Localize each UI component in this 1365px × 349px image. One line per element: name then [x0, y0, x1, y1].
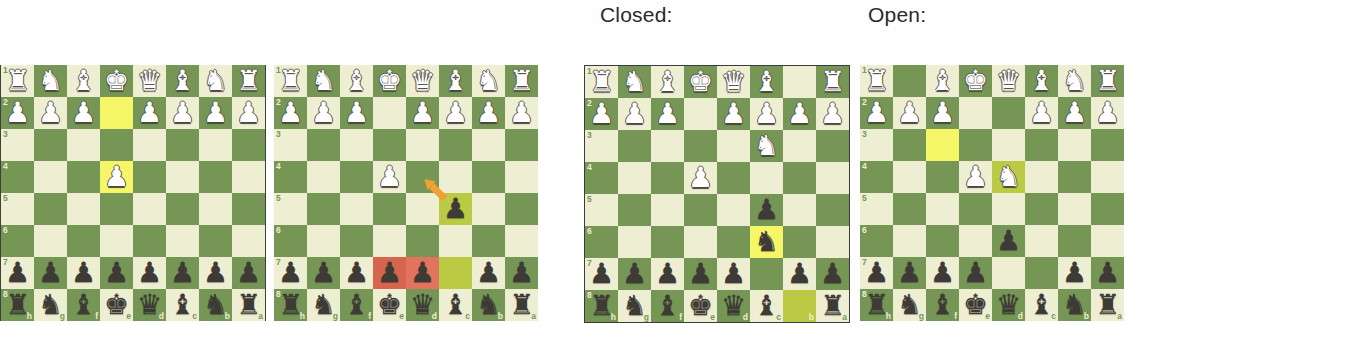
square-h3: 3: [585, 130, 618, 162]
square-c1: ♝: [166, 65, 199, 97]
white-pawn: ♟: [472, 97, 505, 129]
square-b7: ♟: [472, 257, 505, 289]
black-pawn: ♟: [67, 257, 100, 289]
square-c3: [439, 129, 472, 161]
square-a8: a♜: [1091, 289, 1124, 321]
white-pawn: ♟: [274, 97, 307, 129]
square-d7: ♟: [133, 257, 166, 289]
white-pawn: ♟: [307, 97, 340, 129]
white-rook: ♜: [816, 66, 849, 98]
white-pawn: ♟: [133, 97, 166, 129]
square-h8: 8h♜: [860, 289, 893, 321]
white-pawn: ♟: [340, 97, 373, 129]
square-f6: [651, 226, 684, 258]
square-g6: [307, 225, 340, 257]
square-f1: ♝: [67, 65, 100, 97]
square-e7: ♟: [100, 257, 133, 289]
square-g5: [618, 194, 651, 226]
square-f6: [340, 225, 373, 257]
white-pawn: ♟: [1, 97, 34, 129]
file-label-h: h: [886, 312, 891, 321]
rank-label-3: 3: [587, 131, 592, 140]
square-h4: 4: [585, 162, 618, 194]
square-g1: ♞: [307, 65, 340, 97]
square-h1: 1♜: [860, 65, 893, 97]
square-d3: [133, 129, 166, 161]
square-g8: g♞: [893, 289, 926, 321]
white-pawn: ♟: [816, 98, 849, 130]
square-g5: [893, 193, 926, 225]
square-f5: [926, 193, 959, 225]
square-b1: ♞: [472, 65, 505, 97]
square-c7: ♟: [166, 257, 199, 289]
square-g1: ♞: [618, 66, 651, 98]
square-g7: ♟: [307, 257, 340, 289]
black-pawn: ♟: [133, 257, 166, 289]
square-e5: [373, 193, 406, 225]
file-label-e: e: [399, 312, 404, 321]
square-e1: ♚: [373, 65, 406, 97]
file-label-g: g: [333, 312, 338, 321]
square-e4: ♟: [373, 161, 406, 193]
white-pawn: ♟: [585, 98, 618, 130]
black-pawn: ♟: [860, 257, 893, 289]
square-h7: 7♟: [1, 257, 34, 289]
white-pawn: ♟: [684, 162, 717, 194]
square-d2: ♟: [133, 97, 166, 129]
square-e7: ♟: [959, 257, 992, 289]
square-b2: ♟: [472, 97, 505, 129]
chessboard-grid: 1♜♞♝♚♛♝♞♜2♟♟♟♟♟♟♟34♟567♟♟♟♟♟♟♟♟8h♜g♞f♝e♚…: [1, 65, 265, 321]
square-e3: [373, 129, 406, 161]
square-d3: [406, 129, 439, 161]
white-bishop: ♝: [750, 66, 783, 98]
square-c2: ♟: [750, 98, 783, 130]
square-f7: ♟: [67, 257, 100, 289]
white-pawn: ♟: [67, 97, 100, 129]
board-closed-sicilian[interactable]: 1♜♞♝♚♛♝♜2♟♟♟♟♟♟♟3♞4♟5♟6♞7♟♟♟♟♟♟♟8h♜g♞f♝e…: [584, 65, 850, 323]
file-label-f: f: [368, 312, 371, 321]
black-rook: ♜: [1091, 289, 1124, 321]
board-sicilian-1-e4-c5[interactable]: 1♜♞♝♚♛♝♞♜2♟♟♟♟♟♟♟34♟5♟67♟♟♟♟♟♟♟8h♜g♞f♝e♚…: [274, 65, 538, 321]
square-b3: [783, 130, 816, 162]
file-label-b: b: [498, 312, 503, 321]
black-pawn: ♟: [100, 257, 133, 289]
square-c5: [1025, 193, 1058, 225]
black-queen: ♛: [133, 289, 166, 321]
rank-label-6: 6: [862, 226, 867, 235]
square-d8: d♛: [406, 289, 439, 321]
black-pawn: ♟: [783, 258, 816, 290]
black-knight: ♞: [750, 226, 783, 258]
square-f3: [67, 129, 100, 161]
square-h8: 8h♜: [1, 289, 34, 321]
black-queen: ♛: [717, 290, 750, 322]
square-a3: [505, 129, 538, 161]
square-b6: [1058, 225, 1091, 257]
square-c2: ♟: [166, 97, 199, 129]
black-pawn: ♟: [505, 257, 538, 289]
black-bishop: ♝: [439, 289, 472, 321]
file-label-g: g: [644, 313, 649, 322]
square-d1: ♛: [406, 65, 439, 97]
white-rook: ♜: [1, 65, 34, 97]
square-d7: ♟: [406, 257, 439, 289]
black-pawn: ♟: [1058, 257, 1091, 289]
file-label-c: c: [465, 312, 470, 321]
square-f8: f♝: [340, 289, 373, 321]
white-pawn: ♟: [926, 97, 959, 129]
square-e7: ♟: [373, 257, 406, 289]
square-e5: [100, 193, 133, 225]
square-a5: [505, 193, 538, 225]
rank-label-5: 5: [862, 194, 867, 203]
white-knight: ♞: [992, 161, 1025, 193]
black-pawn: ♟: [373, 257, 406, 289]
square-b3: [472, 129, 505, 161]
square-c6: [1025, 225, 1058, 257]
white-bishop: ♝: [67, 65, 100, 97]
black-queen: ♛: [406, 289, 439, 321]
square-a1: ♜: [505, 65, 538, 97]
square-h6: 6: [1, 225, 34, 257]
square-g7: ♟: [34, 257, 67, 289]
square-h1: 1♜: [274, 65, 307, 97]
white-pawn: ♟: [34, 97, 67, 129]
square-h5: 5: [860, 193, 893, 225]
rank-label-5: 5: [276, 194, 281, 203]
square-b4: [783, 162, 816, 194]
square-h8: 8h♜: [585, 290, 618, 322]
white-bishop: ♝: [340, 65, 373, 97]
square-b3: [1058, 129, 1091, 161]
square-g2: ♟: [307, 97, 340, 129]
square-a5: [232, 193, 265, 225]
square-b7: ♟: [783, 258, 816, 290]
square-a2: ♟: [505, 97, 538, 129]
black-pawn: ♟: [34, 257, 67, 289]
file-label-b: b: [1084, 312, 1089, 321]
board-after-1-e4[interactable]: 1♜♞♝♚♛♝♞♜2♟♟♟♟♟♟♟34♟567♟♟♟♟♟♟♟♟8h♜g♞f♝e♚…: [0, 65, 266, 321]
square-g2: ♟: [34, 97, 67, 129]
black-knight: ♞: [199, 289, 232, 321]
black-pawn: ♟: [816, 258, 849, 290]
black-pawn: ♟: [585, 258, 618, 290]
rank-label-8: 8: [3, 290, 8, 299]
chess-opening-diagrams: Closed: Open: 1♜♞♝♚♛♝♞♜2♟♟♟♟♟♟♟34♟567♟♟♟…: [0, 0, 1365, 349]
square-c7: [750, 258, 783, 290]
square-f2: ♟: [340, 97, 373, 129]
square-a8: a♜: [816, 290, 849, 322]
square-c8: c♝: [166, 289, 199, 321]
rank-label-2: 2: [276, 98, 281, 107]
square-b5: [199, 193, 232, 225]
square-a7: ♟: [816, 258, 849, 290]
white-knight: ♞: [618, 66, 651, 98]
file-label-d: d: [159, 312, 164, 321]
square-h2: 2♟: [274, 97, 307, 129]
square-b2: ♟: [199, 97, 232, 129]
square-d5: [717, 194, 750, 226]
rank-label-3: 3: [276, 130, 281, 139]
square-h8: 8h♜: [274, 289, 307, 321]
white-pawn: ♟: [1058, 97, 1091, 129]
square-a3: [1091, 129, 1124, 161]
square-f3: [926, 129, 959, 161]
square-d5: [992, 193, 1025, 225]
white-pawn: ♟: [439, 97, 472, 129]
white-pawn: ♟: [199, 97, 232, 129]
file-label-a: a: [258, 312, 263, 321]
rank-label-8: 8: [587, 291, 592, 300]
square-a2: ♟: [1091, 97, 1124, 129]
square-f6: [926, 225, 959, 257]
square-d5: [133, 193, 166, 225]
square-h5: 5: [585, 194, 618, 226]
square-h7: 7♟: [585, 258, 618, 290]
square-a2: ♟: [232, 97, 265, 129]
black-knight: ♞: [34, 289, 67, 321]
square-e8: e♚: [684, 290, 717, 322]
white-bishop: ♝: [926, 65, 959, 97]
square-f5: [651, 194, 684, 226]
square-c2: ♟: [439, 97, 472, 129]
black-pawn: ♟: [472, 257, 505, 289]
square-h5: 5: [1, 193, 34, 225]
rank-label-1: 1: [587, 67, 592, 76]
square-f8: f♝: [67, 289, 100, 321]
rank-label-4: 4: [276, 162, 281, 171]
file-label-c: c: [776, 313, 781, 322]
square-a8: a♜: [505, 289, 538, 321]
square-g8: g♞: [618, 290, 651, 322]
black-knight: ♞: [893, 289, 926, 321]
white-rook: ♜: [1091, 65, 1124, 97]
black-pawn: ♟: [307, 257, 340, 289]
square-g3: [893, 129, 926, 161]
square-h6: 6: [860, 225, 893, 257]
square-c8: c♝: [1025, 289, 1058, 321]
square-d2: ♟: [406, 97, 439, 129]
square-f2: ♟: [67, 97, 100, 129]
square-a2: ♟: [816, 98, 849, 130]
square-d8: d♛: [717, 290, 750, 322]
square-e4: ♟: [959, 161, 992, 193]
square-h3: 3: [274, 129, 307, 161]
file-label-a: a: [1117, 312, 1122, 321]
chessboard-grid: 1♜♞♝♚♛♝♜2♟♟♟♟♟♟♟3♞4♟5♟6♞7♟♟♟♟♟♟♟8h♜g♞f♝e…: [585, 66, 849, 322]
rank-label-4: 4: [862, 162, 867, 171]
square-e8: e♚: [100, 289, 133, 321]
square-g3: [618, 130, 651, 162]
square-e1: ♚: [959, 65, 992, 97]
square-d1: ♛: [992, 65, 1025, 97]
square-a4: [816, 162, 849, 194]
black-rook: ♜: [860, 289, 893, 321]
square-g4: [618, 162, 651, 194]
rank-label-5: 5: [587, 195, 592, 204]
black-pawn: ♟: [232, 257, 265, 289]
white-king: ♚: [373, 65, 406, 97]
white-rook: ♜: [274, 65, 307, 97]
rank-label-8: 8: [862, 290, 867, 299]
black-bishop: ♝: [926, 289, 959, 321]
square-c6: ♞: [750, 226, 783, 258]
square-e3: [100, 129, 133, 161]
black-rook: ♜: [274, 289, 307, 321]
rank-label-3: 3: [862, 130, 867, 139]
square-d4: [717, 162, 750, 194]
white-rook: ♜: [585, 66, 618, 98]
white-pawn: ♟: [406, 97, 439, 129]
black-pawn: ♟: [684, 258, 717, 290]
square-b7: ♟: [1058, 257, 1091, 289]
square-d5: [406, 193, 439, 225]
black-king: ♚: [373, 289, 406, 321]
rank-label-5: 5: [3, 194, 8, 203]
file-label-f: f: [954, 312, 957, 321]
file-label-e: e: [126, 312, 131, 321]
file-label-a: a: [531, 312, 536, 321]
black-bishop: ♝: [67, 289, 100, 321]
square-e3: [684, 130, 717, 162]
file-label-d: d: [432, 312, 437, 321]
white-queen: ♛: [133, 65, 166, 97]
square-g1: [893, 65, 926, 97]
square-d6: [133, 225, 166, 257]
square-c3: [166, 129, 199, 161]
file-label-h: h: [611, 313, 616, 322]
square-b4: [199, 161, 232, 193]
square-b2: ♟: [783, 98, 816, 130]
square-a7: ♟: [1091, 257, 1124, 289]
square-f5: [340, 193, 373, 225]
rank-label-2: 2: [862, 98, 867, 107]
white-knight: ♞: [750, 130, 783, 162]
square-e1: ♚: [684, 66, 717, 98]
file-label-d: d: [1018, 312, 1023, 321]
square-f4: [340, 161, 373, 193]
black-king: ♚: [684, 290, 717, 322]
square-a6: [505, 225, 538, 257]
rank-label-1: 1: [276, 66, 281, 75]
square-d8: d♛: [992, 289, 1025, 321]
square-d6: [717, 226, 750, 258]
square-h2: 2♟: [585, 98, 618, 130]
white-pawn: ♟: [783, 98, 816, 130]
square-f3: [340, 129, 373, 161]
square-h1: 1♜: [1, 65, 34, 97]
white-pawn: ♟: [232, 97, 265, 129]
open-label: Open:: [868, 3, 926, 27]
white-bishop: ♝: [166, 65, 199, 97]
square-c4: [166, 161, 199, 193]
square-a1: ♜: [816, 66, 849, 98]
square-e2: [959, 97, 992, 129]
square-b6: [783, 226, 816, 258]
square-g8: g♞: [34, 289, 67, 321]
square-e6: [373, 225, 406, 257]
square-g6: [34, 225, 67, 257]
square-g7: ♟: [893, 257, 926, 289]
rank-label-1: 1: [862, 66, 867, 75]
square-a4: [505, 161, 538, 193]
file-label-e: e: [985, 312, 990, 321]
black-bishop: ♝: [340, 289, 373, 321]
square-d3: [717, 130, 750, 162]
square-c8: c♝: [439, 289, 472, 321]
square-e4: ♟: [100, 161, 133, 193]
square-h4: 4: [274, 161, 307, 193]
white-pawn: ♟: [959, 161, 992, 193]
black-pawn: ♟: [750, 194, 783, 226]
file-label-a: a: [842, 313, 847, 322]
black-pawn: ♟: [651, 258, 684, 290]
white-rook: ♜: [860, 65, 893, 97]
chessboard-grid: 1♜♝♚♛♝♞♜2♟♟♟♟♟♟34♟♞56♟7♟♟♟♟♟♟8h♜g♞f♝e♚d♛…: [860, 65, 1124, 321]
square-g8: g♞: [307, 289, 340, 321]
square-e6: [100, 225, 133, 257]
square-a1: ♜: [1091, 65, 1124, 97]
square-c6: [166, 225, 199, 257]
white-pawn: ♟: [618, 98, 651, 130]
black-pawn: ♟: [893, 257, 926, 289]
rank-label-3: 3: [3, 130, 8, 139]
white-bishop: ♝: [439, 65, 472, 97]
square-b7: ♟: [199, 257, 232, 289]
square-c5: [166, 193, 199, 225]
square-b5: [472, 193, 505, 225]
black-king: ♚: [959, 289, 992, 321]
square-g6: [893, 225, 926, 257]
square-b1: ♞: [1058, 65, 1091, 97]
black-bishop: ♝: [651, 290, 684, 322]
white-knight: ♞: [199, 65, 232, 97]
white-knight: ♞: [34, 65, 67, 97]
white-queen: ♛: [717, 66, 750, 98]
square-a8: a♜: [232, 289, 265, 321]
square-e7: ♟: [684, 258, 717, 290]
file-label-b: b: [809, 313, 814, 322]
board-open-sicilian[interactable]: 1♜♝♚♛♝♞♜2♟♟♟♟♟♟34♟♞56♟7♟♟♟♟♟♟8h♜g♞f♝e♚d♛…: [860, 65, 1124, 321]
white-knight: ♞: [307, 65, 340, 97]
white-pawn: ♟: [505, 97, 538, 129]
square-c3: [1025, 129, 1058, 161]
square-h2: 2♟: [860, 97, 893, 129]
white-pawn: ♟: [373, 161, 406, 193]
square-f6: [67, 225, 100, 257]
square-e8: e♚: [959, 289, 992, 321]
black-rook: ♜: [505, 289, 538, 321]
square-f8: f♝: [651, 290, 684, 322]
square-b1: [783, 66, 816, 98]
square-c1: ♝: [439, 65, 472, 97]
square-a3: [816, 130, 849, 162]
white-knight: ♞: [1058, 65, 1091, 97]
square-d7: [992, 257, 1025, 289]
square-d4: [406, 161, 439, 193]
square-c4: [750, 162, 783, 194]
square-g5: [34, 193, 67, 225]
square-a6: [816, 226, 849, 258]
square-c3: ♞: [750, 130, 783, 162]
square-f1: ♝: [926, 65, 959, 97]
file-label-b: b: [225, 312, 230, 321]
square-d3: [992, 129, 1025, 161]
square-f2: ♟: [651, 98, 684, 130]
black-rook: ♜: [816, 290, 849, 322]
black-pawn: ♟: [1, 257, 34, 289]
